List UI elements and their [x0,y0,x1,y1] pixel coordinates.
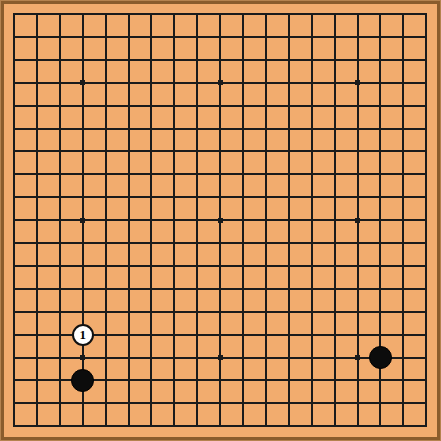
grid-line-horizontal [13,425,427,427]
stone-d5-white: 1 [72,324,94,346]
grid-line-horizontal [13,288,427,290]
grid-line-horizontal [13,265,427,267]
grid-line-vertical [265,13,267,427]
grid-line-horizontal [13,311,427,313]
star-point [355,355,360,360]
grid-line-horizontal [13,402,427,404]
star-point [80,355,85,360]
board-frame-outer: 1 [0,0,441,441]
star-point [218,355,223,360]
grid-line-vertical [311,13,313,427]
star-point [355,218,360,223]
grid-line-vertical [242,13,244,427]
star-point [80,80,85,85]
star-point [218,218,223,223]
move-number-label: 1 [79,328,86,341]
star-point [80,218,85,223]
grid-line-vertical [402,13,404,427]
go-board: 1 [4,4,437,437]
grid-line-vertical [425,13,427,427]
stone-d3-black [71,369,94,392]
grid-line-vertical [288,13,290,427]
board-frame-inner: 1 [1,1,440,440]
stone-r4-black [369,346,392,369]
star-point [355,80,360,85]
grid-line-horizontal [13,242,427,244]
star-point [218,80,223,85]
grid-line-vertical [334,13,336,427]
